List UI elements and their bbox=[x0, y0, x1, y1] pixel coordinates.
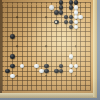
board-bottom-edge bbox=[0, 93, 97, 98]
board-right-edge bbox=[93, 0, 97, 97]
board-intersection bbox=[88, 88, 93, 93]
go-board-photo bbox=[0, 0, 100, 100]
board-left-shadow bbox=[0, 0, 2, 93]
go-board[interactable] bbox=[0, 0, 93, 93]
